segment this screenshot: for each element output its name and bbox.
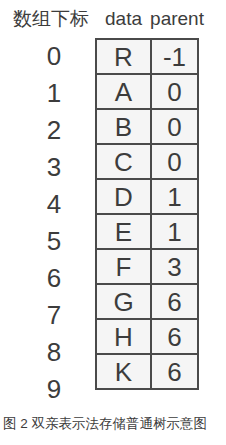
data-cell-8: H xyxy=(97,320,152,355)
data-cell-1: A xyxy=(97,75,152,110)
index-column: 0123456789 xyxy=(30,38,78,408)
data-cell-7: G xyxy=(97,285,152,320)
parent-cell-2: 0 xyxy=(152,110,199,145)
data-cell-3: C xyxy=(97,145,152,180)
row-index-2: 2 xyxy=(30,112,78,149)
parent-cell-6: 3 xyxy=(152,250,199,285)
data-column-label: data xyxy=(95,7,152,31)
row-index-5: 5 xyxy=(30,223,78,260)
parent-cell-0: -1 xyxy=(152,40,199,75)
parent-cell-4: 1 xyxy=(152,180,199,215)
row-index-4: 4 xyxy=(30,186,78,223)
parent-cell-9: 6 xyxy=(152,355,199,390)
row-index-3: 3 xyxy=(30,149,78,186)
parent-array-table: R-1A0B0C0D1E1F3G6H6K6 xyxy=(95,38,199,390)
row-index-0: 0 xyxy=(30,38,78,75)
parent-cell-5: 1 xyxy=(152,215,199,250)
row-index-1: 1 xyxy=(30,75,78,112)
row-index-9: 9 xyxy=(30,371,78,408)
parent-cell-8: 6 xyxy=(152,320,199,355)
parent-cell-3: 0 xyxy=(152,145,199,180)
row-index-8: 8 xyxy=(30,334,78,371)
row-index-7: 7 xyxy=(30,297,78,334)
data-cell-2: B xyxy=(97,110,152,145)
parent-array-figure: 数组下标 data parent 0123456789 R-1A0B0C0D1E… xyxy=(0,0,226,445)
row-index-6: 6 xyxy=(30,260,78,297)
data-cell-5: E xyxy=(97,215,152,250)
parent-column-label: parent xyxy=(149,7,205,31)
figure-caption: 图 2 双亲表示法存储普通树示意图 xyxy=(3,414,225,433)
data-cell-0: R xyxy=(97,40,152,75)
parent-cell-1: 0 xyxy=(152,75,199,110)
index-column-label: 数组下标 xyxy=(13,7,95,31)
data-cell-4: D xyxy=(97,180,152,215)
data-cell-6: F xyxy=(97,250,152,285)
parent-cell-7: 6 xyxy=(152,285,199,320)
data-cell-9: K xyxy=(97,355,152,390)
